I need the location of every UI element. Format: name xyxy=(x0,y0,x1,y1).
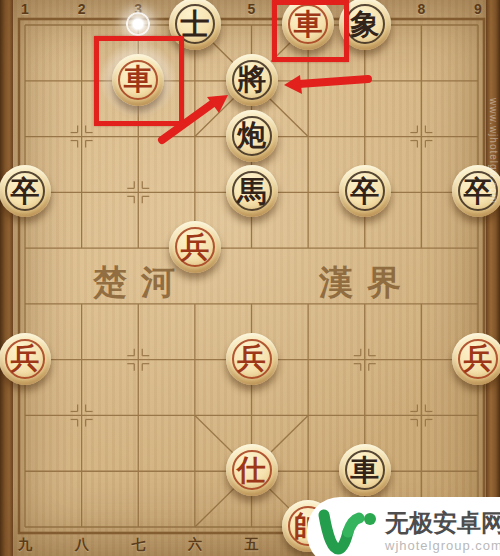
piece-black-advisor[interactable]: 士 xyxy=(169,0,221,50)
piece-character: 馬 xyxy=(226,165,278,217)
file-label-bottom-1: 九 xyxy=(18,536,32,554)
watermark-logo-icon xyxy=(317,506,379,556)
river-label-right: 漢界 xyxy=(319,260,415,306)
piece-character: 兵 xyxy=(0,333,51,385)
piece-character: 將 xyxy=(226,54,278,106)
file-label-bottom-4: 六 xyxy=(188,536,202,554)
piece-red-advisor[interactable]: 仕 xyxy=(226,444,278,496)
piece-black-chariot[interactable]: 車 xyxy=(339,444,391,496)
file-label-top-8: 8 xyxy=(417,1,425,17)
piece-character: 兵 xyxy=(226,333,278,385)
piece-character: 卒 xyxy=(0,165,51,217)
piece-character: 車 xyxy=(112,54,164,106)
watermark-badge: 无极安卓网 wjhotelgroup.com xyxy=(307,497,500,556)
xiangqi-board: 123456789 九八七六五四三二一 楚河 漢界 士車象車將炮馬卒卒卒兵兵兵兵… xyxy=(0,0,500,556)
piece-character: 仕 xyxy=(226,444,278,496)
piece-character: 卒 xyxy=(339,165,391,217)
piece-character: 象 xyxy=(339,0,391,50)
piece-black-soldier[interactable]: 卒 xyxy=(339,165,391,217)
piece-character: 炮 xyxy=(226,110,278,162)
piece-character: 車 xyxy=(282,0,334,50)
piece-black-cannon[interactable]: 炮 xyxy=(226,110,278,162)
piece-red-soldier[interactable]: 兵 xyxy=(452,333,500,385)
piece-character: 兵 xyxy=(452,333,500,385)
piece-red-soldier[interactable]: 兵 xyxy=(0,333,51,385)
piece-character: 士 xyxy=(169,0,221,50)
piece-black-elephant[interactable]: 象 xyxy=(339,0,391,50)
piece-character: 卒 xyxy=(452,165,500,217)
piece-character: 兵 xyxy=(169,221,221,273)
piece-black-general[interactable]: 將 xyxy=(226,54,278,106)
file-label-top-1: 1 xyxy=(21,1,29,17)
file-label-bottom-5: 五 xyxy=(245,536,259,554)
file-label-top-5: 5 xyxy=(248,1,256,17)
piece-black-horse[interactable]: 馬 xyxy=(226,165,278,217)
file-label-top-3: 3 xyxy=(134,1,142,17)
file-label-top-2: 2 xyxy=(78,1,86,17)
watermark-site-url: wjhotelgroup.com xyxy=(385,538,500,553)
piece-red-soldier[interactable]: 兵 xyxy=(169,221,221,273)
piece-red-soldier[interactable]: 兵 xyxy=(226,333,278,385)
piece-red-chariot[interactable]: 車 xyxy=(282,0,334,50)
piece-red-chariot[interactable]: 車 xyxy=(112,54,164,106)
piece-black-soldier[interactable]: 卒 xyxy=(452,165,500,217)
piece-black-soldier[interactable]: 卒 xyxy=(0,165,51,217)
watermark-site-name: 无极安卓网 xyxy=(385,511,500,536)
file-label-top-9: 9 xyxy=(474,1,482,17)
file-label-bottom-3: 七 xyxy=(131,536,145,554)
piece-character: 車 xyxy=(339,444,391,496)
file-label-bottom-2: 八 xyxy=(75,536,89,554)
